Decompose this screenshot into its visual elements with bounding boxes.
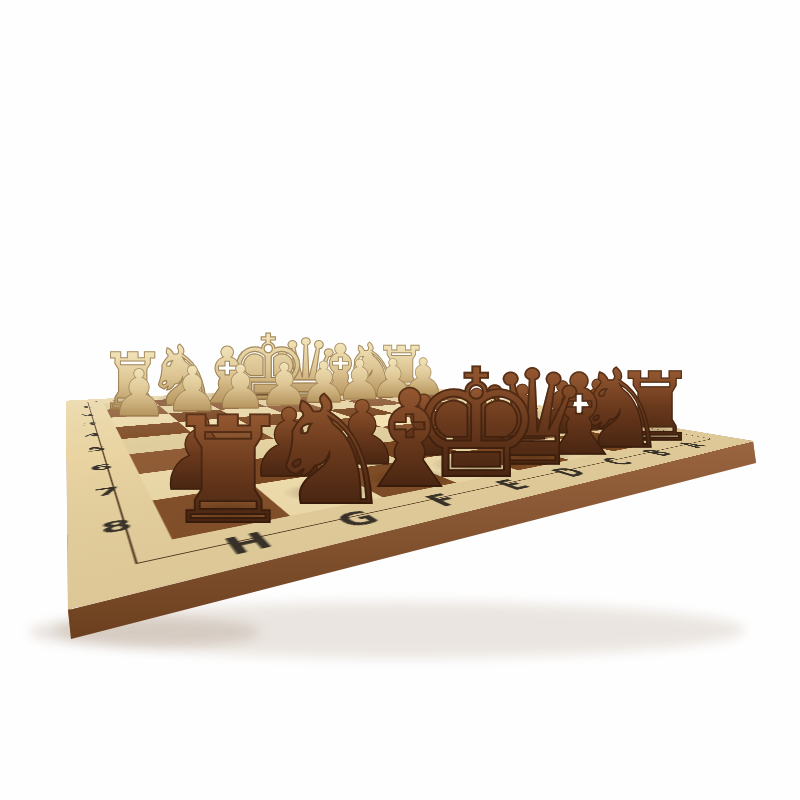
chess-set-photo: HGFEDCBA87654321 ♜♞♝♛♚♝♞♜♟♟♟♟♟♟♟♟♟♟♟♟♟♟♟… — [0, 0, 800, 800]
black-rook-glyph: ♜ — [162, 398, 294, 546]
piece-black-rook-h8[interactable]: ♜ — [162, 398, 294, 546]
cast-shadow-corner — [30, 617, 260, 647]
